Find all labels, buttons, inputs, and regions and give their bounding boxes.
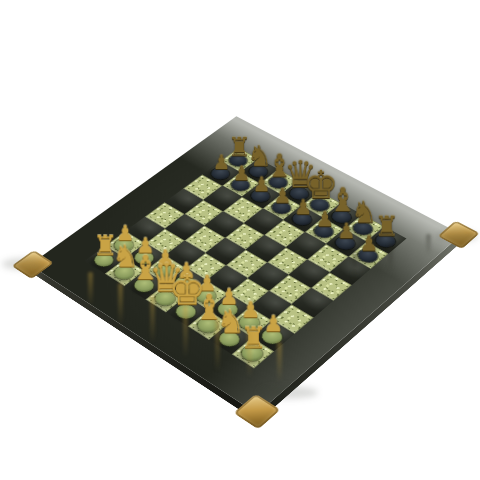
square-b8: ♞	[240, 158, 278, 182]
piece-reflection-shadow	[241, 188, 275, 210]
piece-black-knight-b8: ♞	[243, 142, 277, 170]
square-d6	[244, 208, 283, 234]
product-photo-scene: ♜♞♝♛♚♝♞♜♟♟♟♟♟♟♟♟♟♟♟♟♟♟♟♟♜♞♝♛♚♝♞♜	[0, 0, 480, 480]
square-d8: ♛	[281, 180, 320, 205]
black-piece-base	[310, 222, 337, 240]
piece-black-pawn-c7: ♟	[244, 175, 279, 195]
chess-board-slab: ♜♞♝♛♚♝♞♜♟♟♟♟♟♟♟♟♟♟♟♟♟♟♟♟♜♞♝♛♚♝♞♜	[30, 116, 462, 414]
piece-black-pawn-e7: ♟	[286, 198, 321, 219]
square-f8: ♝	[323, 203, 362, 229]
square-c6	[223, 197, 262, 223]
piece-black-pawn-b7: ♟	[224, 164, 258, 184]
piece-black-queen-d8: ♛	[283, 156, 318, 193]
piece-black-king-e8: ♚	[304, 165, 339, 204]
square-h1: ♜	[231, 337, 274, 369]
brass-corner-foot	[438, 221, 480, 250]
piece-black-pawn-d7: ♟	[265, 186, 300, 206]
square-a6	[184, 175, 222, 200]
piece-black-pawn-a7: ♟	[205, 153, 239, 173]
square-d5	[225, 223, 265, 250]
piece-reflection-shadow	[201, 166, 234, 187]
square-b7: ♟	[222, 172, 260, 197]
square-c4	[185, 225, 225, 252]
black-piece-base	[328, 208, 354, 225]
square-a5	[165, 188, 204, 213]
square-e7: ♟	[283, 206, 322, 232]
piece-reflection-shadow	[303, 222, 338, 245]
square-c7: ♟	[242, 183, 281, 208]
square-f6	[286, 232, 326, 259]
square-f7: ♟	[304, 217, 344, 244]
brass-corner-foot	[11, 250, 53, 279]
square-b5	[184, 200, 223, 226]
square-a7: ♟	[202, 161, 240, 186]
piece-black-bishop-c8: ♝	[263, 150, 297, 181]
black-piece-base	[247, 188, 273, 205]
black-piece-base	[286, 185, 312, 202]
piece-black-pawn-f7: ♟	[307, 209, 343, 230]
black-piece-base	[268, 199, 294, 216]
square-a8: ♜	[221, 148, 259, 172]
black-piece-base	[246, 163, 271, 179]
square-e8: ♚	[302, 191, 341, 217]
piece-black-rook-a8: ♜	[223, 134, 257, 159]
piece-black-pawn-h7: ♟	[351, 233, 387, 254]
piece-white-rook-h1: ♜	[234, 323, 273, 352]
square-e6	[265, 220, 305, 247]
square-c5	[204, 211, 243, 237]
black-piece-base	[307, 196, 333, 213]
piece-reflection-shadow	[300, 196, 335, 219]
square-b4	[165, 214, 204, 240]
camera-tilt: ♜♞♝♛♚♝♞♜♟♟♟♟♟♟♟♟♟♟♟♟♟♟♟♟♜♞♝♛♚♝♞♜	[0, 0, 480, 480]
piece-reflection-shadow	[239, 163, 273, 184]
black-piece-base	[266, 174, 292, 191]
piece-reflection-shadow	[322, 208, 357, 231]
piece-reflection-shadow	[259, 174, 293, 196]
black-piece-base	[208, 166, 233, 182]
square-c8: ♝	[260, 169, 298, 194]
black-piece-base	[227, 177, 253, 194]
piece-reflection-shadow	[221, 176, 255, 198]
piece-reflection-shadow	[280, 185, 314, 207]
square-a4	[145, 202, 184, 228]
piece-reflection-shadow	[219, 152, 252, 173]
black-piece-base	[226, 152, 251, 168]
piece-reflection-shadow	[282, 210, 317, 233]
square-d7: ♟	[262, 194, 301, 220]
piece-black-bishop-f8: ♝	[325, 183, 360, 215]
piece-reflection-shadow	[261, 199, 296, 222]
square-b6	[203, 186, 242, 211]
black-piece-base	[289, 211, 315, 228]
